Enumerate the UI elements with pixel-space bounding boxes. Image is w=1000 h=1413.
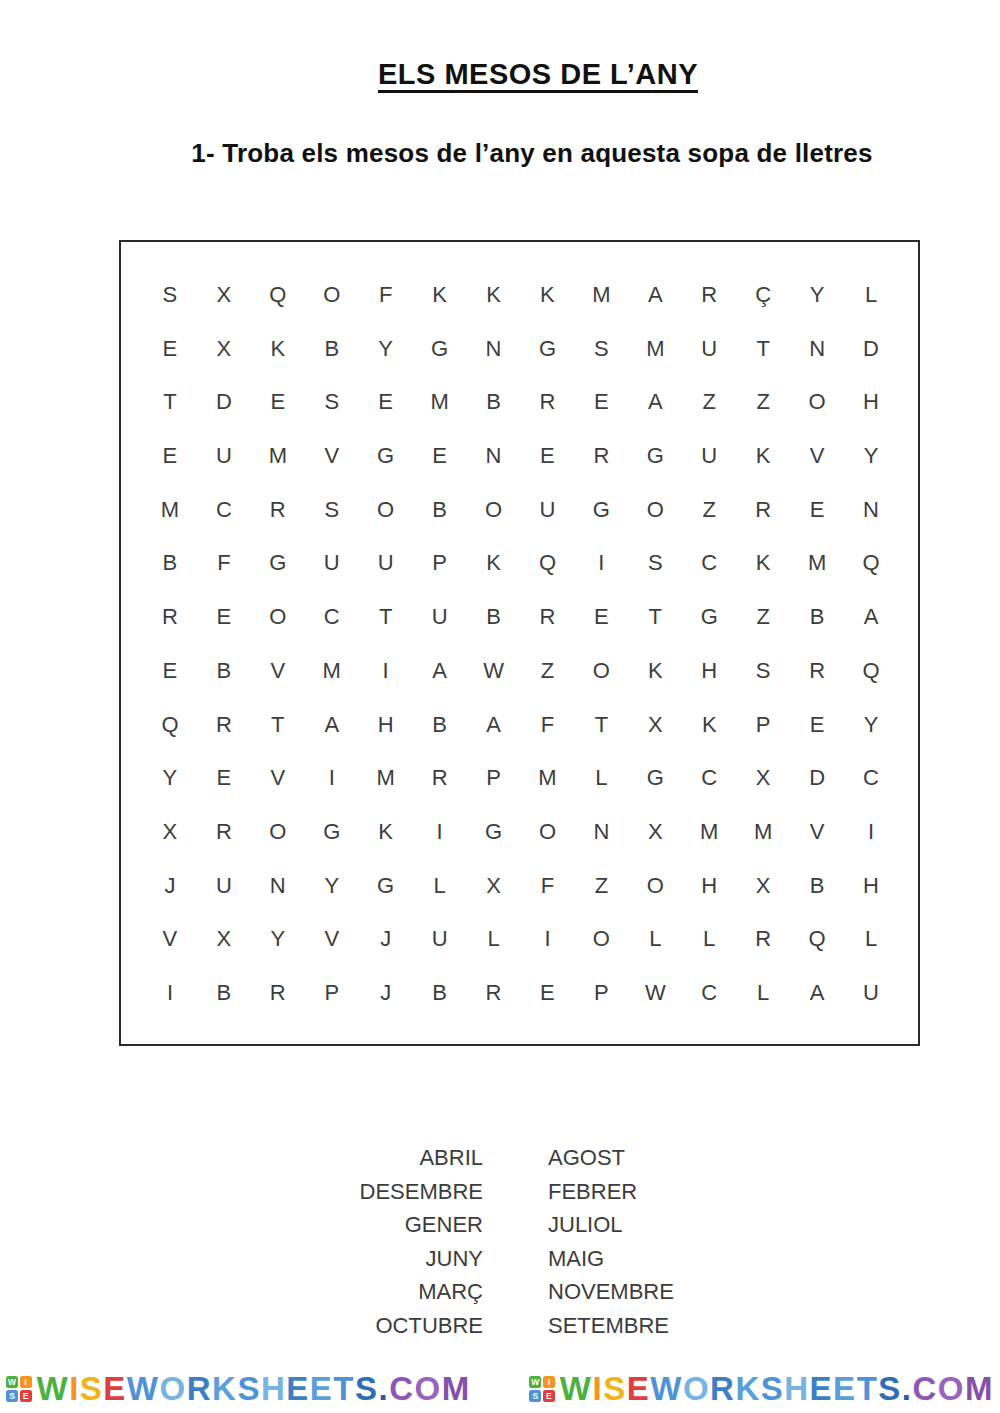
wise-logo-icon: WISE (529, 1376, 555, 1402)
word-search-grid: SXQOFKKKMARÇYLEXKBYGNGSMUTNDTDESEMBREAZZ… (121, 242, 918, 1044)
grid-cell-r8c8[interactable]: Z (520, 644, 574, 698)
wordmark-letter: E (833, 1370, 857, 1407)
grid-cell-r3c9[interactable]: E (574, 375, 628, 429)
grid-cell-r13c2[interactable]: X (197, 913, 251, 967)
grid-cell-r2c5[interactable]: Y (359, 322, 413, 376)
grid-cell-r4c8[interactable]: E (520, 429, 574, 483)
grid-cell-r6c8[interactable]: Q (520, 537, 574, 591)
grid-cell-r1c2[interactable]: X (197, 268, 251, 322)
wordmark-letter: S (761, 1370, 785, 1407)
grid-cell-r6c2[interactable]: F (197, 537, 251, 591)
grid-cell-r6c9[interactable]: I (574, 537, 628, 591)
grid-cell-r4c14[interactable]: Y (844, 429, 898, 483)
grid-cell-r3c14[interactable]: H (844, 375, 898, 429)
grid-cell-r10c12[interactable]: X (736, 751, 790, 805)
grid-cell-r2c6[interactable]: G (413, 322, 467, 376)
grid-cell-r6c10[interactable]: S (628, 537, 682, 591)
grid-cell-r3c2[interactable]: D (197, 375, 251, 429)
grid-cell-r13c6[interactable]: U (413, 913, 467, 967)
grid-cell-r14c8[interactable]: E (520, 966, 574, 1020)
grid-cell-r6c6[interactable]: P (413, 537, 467, 591)
grid-cell-r3c13[interactable]: O (790, 375, 844, 429)
grid-cell-r5c11[interactable]: Z (682, 483, 736, 537)
word-item: ABRIL (0, 1141, 483, 1175)
grid-cell-r14c13[interactable]: A (790, 966, 844, 1020)
grid-cell-r12c9[interactable]: Z (574, 859, 628, 913)
grid-cell-r14c7[interactable]: R (467, 966, 521, 1020)
grid-cell-r5c7[interactable]: O (467, 483, 521, 537)
logo-square-s: S (6, 1390, 18, 1402)
word-item: NOVEMBRE (548, 1275, 1000, 1309)
grid-cell-r11c8[interactable]: O (520, 805, 574, 859)
word-list-right: AGOSTFEBRERJULIOLMAIGNOVEMBRESETEMBRE (548, 1141, 1000, 1343)
wordmark-letter: C (389, 1370, 414, 1407)
grid-cell-r9c11[interactable]: K (682, 698, 736, 752)
grid-cell-r1c7[interactable]: K (467, 268, 521, 322)
grid-cell-r13c8[interactable]: I (520, 913, 574, 967)
grid-cell-r10c14[interactable]: C (844, 751, 898, 805)
grid-cell-r11c1[interactable]: X (143, 805, 197, 859)
grid-cell-r10c5[interactable]: M (359, 751, 413, 805)
grid-cell-r12c8[interactable]: F (520, 859, 574, 913)
grid-cell-r3c5[interactable]: E (359, 375, 413, 429)
grid-cell-r5c10[interactable]: O (628, 483, 682, 537)
grid-cell-r3c7[interactable]: B (467, 375, 521, 429)
grid-cell-r5c8[interactable]: U (520, 483, 574, 537)
grid-cell-r11c11[interactable]: M (682, 805, 736, 859)
grid-cell-r9c7[interactable]: A (467, 698, 521, 752)
grid-cell-r6c12[interactable]: K (736, 537, 790, 591)
wordmark-letter: E (627, 1370, 651, 1407)
grid-cell-r10c10[interactable]: G (628, 751, 682, 805)
grid-cell-r10c2[interactable]: E (197, 751, 251, 805)
grid-cell-r10c13[interactable]: D (790, 751, 844, 805)
grid-cell-r3c12[interactable]: Z (736, 375, 790, 429)
grid-cell-r4c6[interactable]: E (413, 429, 467, 483)
wiseworksheets-wordmark: WISEWORKSHEETS.COM (560, 1370, 994, 1408)
word-item: MAIG (548, 1242, 1000, 1276)
footer: WISE WISEWORKSHEETS.COM WISE WISEWORKSHE… (0, 1367, 1000, 1411)
grid-cell-r7c5[interactable]: T (359, 590, 413, 644)
grid-cell-r1c9[interactable]: M (574, 268, 628, 322)
wordmark-letter: M (442, 1370, 471, 1407)
wiseworksheets-wordmark: WISEWORKSHEETS.COM (37, 1370, 471, 1408)
wordmark-letter: . (378, 1370, 389, 1407)
word-item: SETEMBRE (548, 1309, 1000, 1343)
grid-cell-r3c1[interactable]: T (143, 375, 197, 429)
grid-cell-r5c9[interactable]: G (574, 483, 628, 537)
grid-cell-r4c11[interactable]: U (682, 429, 736, 483)
grid-cell-r14c14[interactable]: U (844, 966, 898, 1020)
grid-cell-r3c11[interactable]: Z (682, 375, 736, 429)
grid-cell-r9c12[interactable]: P (736, 698, 790, 752)
wordmark-letter: T (333, 1370, 355, 1407)
grid-cell-r2c14[interactable]: D (844, 322, 898, 376)
grid-cell-r2c10[interactable]: M (628, 322, 682, 376)
grid-cell-r6c5[interactable]: U (359, 537, 413, 591)
word-list: ABRILDESEMBREGENERJUNYMARÇOCTUBRE AGOSTF… (0, 1141, 1000, 1343)
grid-cell-r13c7[interactable]: L (467, 913, 521, 967)
wiseworksheets-brand: WISE WISEWORKSHEETS.COM (6, 1370, 471, 1408)
grid-cell-r9c9[interactable]: T (574, 698, 628, 752)
grid-cell-r12c1[interactable]: J (143, 859, 197, 913)
word-item: JULIOL (548, 1208, 1000, 1242)
grid-cell-r14c4[interactable]: P (305, 966, 359, 1020)
grid-cell-r1c11[interactable]: R (682, 268, 736, 322)
grid-cell-r7c2[interactable]: E (197, 590, 251, 644)
grid-cell-r7c4[interactable]: C (305, 590, 359, 644)
wordmark-letter: S (603, 1370, 627, 1407)
wordmark-letter: . (902, 1370, 913, 1407)
grid-cell-r10c6[interactable]: R (413, 751, 467, 805)
grid-cell-r12c6[interactable]: L (413, 859, 467, 913)
grid-cell-r5c5[interactable]: O (359, 483, 413, 537)
grid-cell-r6c14[interactable]: Q (844, 537, 898, 591)
grid-cell-r5c12[interactable]: R (736, 483, 790, 537)
grid-cell-r12c5[interactable]: G (359, 859, 413, 913)
grid-cell-r1c3[interactable]: Q (251, 268, 305, 322)
grid-cell-r12c10[interactable]: O (628, 859, 682, 913)
wordmark-letter: K (212, 1370, 237, 1407)
grid-cell-r8c11[interactable]: H (682, 644, 736, 698)
grid-cell-r11c2[interactable]: R (197, 805, 251, 859)
grid-cell-r9c3[interactable]: T (251, 698, 305, 752)
grid-cell-r7c1[interactable]: R (143, 590, 197, 644)
grid-cell-r13c3[interactable]: Y (251, 913, 305, 967)
grid-cell-r2c11[interactable]: U (682, 322, 736, 376)
grid-cell-r8c9[interactable]: O (574, 644, 628, 698)
grid-cell-r13c4[interactable]: V (305, 913, 359, 967)
wordmark-letter: S (80, 1370, 104, 1407)
word-item: FEBRER (548, 1175, 1000, 1209)
grid-cell-r5c6[interactable]: B (413, 483, 467, 537)
grid-cell-r6c4[interactable]: U (305, 537, 359, 591)
wordmark-letter: W (650, 1370, 683, 1407)
logo-square-w: W (529, 1376, 541, 1388)
grid-cell-r8c10[interactable]: K (628, 644, 682, 698)
grid-cell-r6c7[interactable]: K (467, 537, 521, 591)
grid-cell-r1c6[interactable]: K (413, 268, 467, 322)
wordmark-letter: R (710, 1370, 735, 1407)
wise-logo-icon: WISE (6, 1376, 32, 1402)
wordmark-letter: I (69, 1370, 80, 1407)
grid-cell-r10c8[interactable]: M (520, 751, 574, 805)
grid-cell-r3c6[interactable]: M (413, 375, 467, 429)
wordmark-letter: E (810, 1370, 834, 1407)
grid-cell-r11c9[interactable]: N (574, 805, 628, 859)
grid-cell-r5c14[interactable]: N (844, 483, 898, 537)
wordmark-letter: O (160, 1370, 187, 1407)
grid-cell-r11c12[interactable]: M (736, 805, 790, 859)
grid-cell-r6c3[interactable]: G (251, 537, 305, 591)
grid-cell-r4c5[interactable]: G (359, 429, 413, 483)
grid-cell-r10c7[interactable]: P (467, 751, 521, 805)
grid-cell-r7c6[interactable]: U (413, 590, 467, 644)
grid-cell-r14c12[interactable]: L (736, 966, 790, 1020)
wordmark-letter: R (187, 1370, 212, 1407)
grid-cell-r9c8[interactable]: F (520, 698, 574, 752)
wordmark-letter: S (355, 1370, 379, 1407)
grid-cell-r4c9[interactable]: R (574, 429, 628, 483)
grid-cell-r13c1[interactable]: V (143, 913, 197, 967)
wordmark-letter: H (784, 1370, 809, 1407)
grid-cell-r13c10[interactable]: L (628, 913, 682, 967)
grid-cell-r14c9[interactable]: P (574, 966, 628, 1020)
grid-cell-r10c3[interactable]: V (251, 751, 305, 805)
grid-cell-r2c1[interactable]: E (143, 322, 197, 376)
word-list-left: ABRILDESEMBREGENERJUNYMARÇOCTUBRE (0, 1141, 483, 1343)
grid-cell-r1c13[interactable]: Y (790, 268, 844, 322)
grid-cell-r1c1[interactable]: S (143, 268, 197, 322)
wordmark-letter: W (37, 1370, 70, 1407)
grid-cell-r9c6[interactable]: B (413, 698, 467, 752)
grid-cell-r3c4[interactable]: S (305, 375, 359, 429)
grid-cell-r11c7[interactable]: G (467, 805, 521, 859)
grid-cell-r9c13[interactable]: E (790, 698, 844, 752)
grid-cell-r7c9[interactable]: E (574, 590, 628, 644)
wordmark-letter: E (286, 1370, 310, 1407)
logo-square-e: E (20, 1390, 32, 1402)
grid-cell-r4c2[interactable]: U (197, 429, 251, 483)
word-item: DESEMBRE (0, 1175, 483, 1209)
grid-cell-r9c14[interactable]: Y (844, 698, 898, 752)
wordmark-letter: W (127, 1370, 160, 1407)
grid-cell-r1c10[interactable]: A (628, 268, 682, 322)
grid-cell-r8c6[interactable]: A (413, 644, 467, 698)
word-search-board: SXQOFKKKMARÇYLEXKBYGNGSMUTNDTDESEMBREAZZ… (119, 240, 920, 1046)
grid-cell-r11c5[interactable]: K (359, 805, 413, 859)
grid-cell-r4c10[interactable]: G (628, 429, 682, 483)
wordmark-letter: S (237, 1370, 261, 1407)
grid-cell-r4c12[interactable]: K (736, 429, 790, 483)
grid-cell-r2c3[interactable]: K (251, 322, 305, 376)
word-item: OCTUBRE (0, 1309, 483, 1343)
grid-cell-r7c3[interactable]: O (251, 590, 305, 644)
grid-cell-r1c5[interactable]: F (359, 268, 413, 322)
grid-cell-r12c4[interactable]: Y (305, 859, 359, 913)
grid-cell-r1c14[interactable]: L (844, 268, 898, 322)
grid-cell-r12c3[interactable]: N (251, 859, 305, 913)
grid-cell-r5c3[interactable]: R (251, 483, 305, 537)
grid-cell-r11c6[interactable]: I (413, 805, 467, 859)
grid-cell-r4c4[interactable]: V (305, 429, 359, 483)
grid-cell-r1c4[interactable]: O (305, 268, 359, 322)
grid-cell-r3c8[interactable]: R (520, 375, 574, 429)
wordmark-letter: T (857, 1370, 879, 1407)
grid-cell-r10c4[interactable]: I (305, 751, 359, 805)
grid-cell-r8c14[interactable]: Q (844, 644, 898, 698)
grid-cell-r8c5[interactable]: I (359, 644, 413, 698)
grid-cell-r12c14[interactable]: H (844, 859, 898, 913)
wordmark-letter: O (683, 1370, 710, 1407)
page-title: ELS MESOS DE L’ANY (38, 58, 1000, 91)
grid-cell-r8c13[interactable]: R (790, 644, 844, 698)
grid-cell-r13c5[interactable]: J (359, 913, 413, 967)
grid-cell-r3c10[interactable]: A (628, 375, 682, 429)
grid-cell-r14c5[interactable]: J (359, 966, 413, 1020)
grid-cell-r9c1[interactable]: Q (143, 698, 197, 752)
grid-cell-r2c8[interactable]: G (520, 322, 574, 376)
grid-cell-r2c4[interactable]: B (305, 322, 359, 376)
grid-cell-r1c8[interactable]: K (520, 268, 574, 322)
logo-square-i: I (543, 1376, 555, 1388)
grid-cell-r14c2[interactable]: B (197, 966, 251, 1020)
grid-cell-r12c11[interactable]: H (682, 859, 736, 913)
grid-cell-r11c3[interactable]: O (251, 805, 305, 859)
logo-square-w: W (6, 1376, 18, 1388)
grid-cell-r13c11[interactable]: L (682, 913, 736, 967)
grid-cell-r7c7[interactable]: B (467, 590, 521, 644)
grid-cell-r9c10[interactable]: X (628, 698, 682, 752)
wordmark-letter: C (912, 1370, 937, 1407)
grid-cell-r6c1[interactable]: B (143, 537, 197, 591)
grid-cell-r8c1[interactable]: E (143, 644, 197, 698)
grid-cell-r4c13[interactable]: V (790, 429, 844, 483)
wordmark-letter: M (965, 1370, 994, 1407)
grid-cell-r9c4[interactable]: A (305, 698, 359, 752)
word-item: JUNY (0, 1242, 483, 1276)
instruction-text: 1- Troba els mesos de l’any en aquesta s… (32, 138, 1000, 169)
grid-cell-r13c12[interactable]: R (736, 913, 790, 967)
wordmark-letter: E (103, 1370, 127, 1407)
grid-cell-r5c1[interactable]: M (143, 483, 197, 537)
logo-square-e: E (543, 1390, 555, 1402)
grid-cell-r5c4[interactable]: S (305, 483, 359, 537)
wordmark-letter: O (414, 1370, 441, 1407)
grid-cell-r9c2[interactable]: R (197, 698, 251, 752)
grid-cell-r2c12[interactable]: T (736, 322, 790, 376)
grid-cell-r1c12[interactable]: Ç (736, 268, 790, 322)
grid-cell-r2c2[interactable]: X (197, 322, 251, 376)
grid-cell-r14c1[interactable]: I (143, 966, 197, 1020)
grid-cell-r14c6[interactable]: B (413, 966, 467, 1020)
wordmark-letter: I (593, 1370, 604, 1407)
grid-cell-r8c2[interactable]: B (197, 644, 251, 698)
grid-cell-r14c11[interactable]: C (682, 966, 736, 1020)
word-item: AGOST (548, 1141, 1000, 1175)
grid-cell-r6c13[interactable]: M (790, 537, 844, 591)
grid-cell-r11c13[interactable]: V (790, 805, 844, 859)
word-item: MARÇ (0, 1275, 483, 1309)
grid-cell-r7c13[interactable]: B (790, 590, 844, 644)
grid-cell-r14c10[interactable]: W (628, 966, 682, 1020)
grid-cell-r5c13[interactable]: E (790, 483, 844, 537)
grid-cell-r14c3[interactable]: R (251, 966, 305, 1020)
grid-cell-r10c9[interactable]: L (574, 751, 628, 805)
grid-cell-r11c4[interactable]: G (305, 805, 359, 859)
worksheet-page: ELS MESOS DE L’ANY 1- Troba els mesos de… (0, 0, 1000, 1413)
logo-square-s: S (529, 1390, 541, 1402)
grid-cell-r8c3[interactable]: V (251, 644, 305, 698)
grid-cell-r2c9[interactable]: S (574, 322, 628, 376)
grid-cell-r4c3[interactable]: M (251, 429, 305, 483)
grid-cell-r3c3[interactable]: E (251, 375, 305, 429)
grid-cell-r11c14[interactable]: I (844, 805, 898, 859)
word-item: GENER (0, 1208, 483, 1242)
grid-cell-r7c11[interactable]: G (682, 590, 736, 644)
grid-cell-r6c11[interactable]: C (682, 537, 736, 591)
grid-cell-r10c11[interactable]: C (682, 751, 736, 805)
grid-cell-r8c7[interactable]: W (467, 644, 521, 698)
grid-cell-r12c7[interactable]: X (467, 859, 521, 913)
grid-cell-r2c7[interactable]: N (467, 322, 521, 376)
wordmark-letter: O (938, 1370, 965, 1407)
grid-cell-r7c14[interactable]: A (844, 590, 898, 644)
grid-cell-r13c13[interactable]: Q (790, 913, 844, 967)
grid-cell-r12c13[interactable]: B (790, 859, 844, 913)
grid-cell-r13c9[interactable]: O (574, 913, 628, 967)
grid-cell-r4c1[interactable]: E (143, 429, 197, 483)
grid-cell-r9c5[interactable]: H (359, 698, 413, 752)
wiseworksheets-brand: WISE WISEWORKSHEETS.COM (529, 1370, 994, 1408)
wordmark-letter: S (878, 1370, 902, 1407)
wordmark-letter: E (310, 1370, 334, 1407)
grid-cell-r8c4[interactable]: M (305, 644, 359, 698)
wordmark-letter: W (560, 1370, 593, 1407)
grid-cell-r2c13[interactable]: N (790, 322, 844, 376)
grid-cell-r11c10[interactable]: X (628, 805, 682, 859)
grid-cell-r8c12[interactable]: S (736, 644, 790, 698)
grid-cell-r4c7[interactable]: N (467, 429, 521, 483)
grid-cell-r7c10[interactable]: T (628, 590, 682, 644)
grid-cell-r5c2[interactable]: C (197, 483, 251, 537)
grid-cell-r12c2[interactable]: U (197, 859, 251, 913)
grid-cell-r13c14[interactable]: L (844, 913, 898, 967)
grid-cell-r7c8[interactable]: R (520, 590, 574, 644)
grid-cell-r7c12[interactable]: Z (736, 590, 790, 644)
logo-square-i: I (20, 1376, 32, 1388)
wordmark-letter: K (735, 1370, 760, 1407)
grid-cell-r12c12[interactable]: X (736, 859, 790, 913)
wordmark-letter: H (261, 1370, 286, 1407)
grid-cell-r10c1[interactable]: Y (143, 751, 197, 805)
